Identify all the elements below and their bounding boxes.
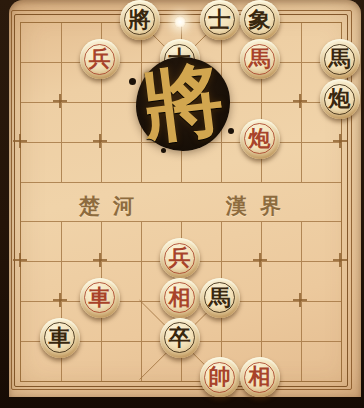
xiangqi-board[interactable]: 楚河 漢界 將士象士兵馬馬炮炮兵車相馬車卒帥相 將 [9, 0, 361, 397]
piece-black-士[interactable]: 士 [200, 0, 240, 40]
board-cell[interactable] [301, 301, 341, 341]
river-label-right: 漢界 [226, 192, 294, 220]
piece-glyph: 炮 [249, 127, 271, 149]
piece-black-馬[interactable]: 馬 [320, 39, 360, 79]
board-cell[interactable] [301, 182, 341, 222]
piece-red-相[interactable]: 相 [160, 278, 200, 318]
piece-red-相[interactable]: 相 [240, 357, 280, 397]
river-label-left: 楚河 [79, 192, 147, 220]
board-cell[interactable] [21, 102, 61, 142]
piece-glyph: 卒 [169, 326, 191, 348]
board-cell[interactable] [61, 221, 101, 261]
piece-glyph: 馬 [249, 47, 271, 69]
board-cell[interactable] [61, 142, 101, 182]
ink-splash [161, 148, 166, 153]
board-cell[interactable] [21, 261, 61, 301]
piece-black-卒[interactable]: 卒 [160, 318, 200, 358]
piece-red-兵[interactable]: 兵 [160, 238, 200, 278]
piece-red-帥[interactable]: 帥 [200, 357, 240, 397]
piece-glyph: 象 [249, 8, 271, 30]
piece-glyph: 炮 [329, 87, 351, 109]
piece-glyph: 相 [249, 365, 271, 387]
piece-black-將[interactable]: 將 [120, 0, 160, 40]
piece-glyph: 帥 [209, 365, 231, 387]
board-cell[interactable] [21, 142, 61, 182]
board-cell[interactable] [101, 341, 141, 381]
ink-splash [228, 128, 234, 134]
piece-glyph: 馬 [209, 286, 231, 308]
board-cell[interactable] [301, 341, 341, 381]
board-cell[interactable] [221, 221, 261, 261]
board-cell[interactable] [101, 142, 141, 182]
board-cell[interactable] [21, 221, 61, 261]
piece-glyph: 車 [49, 326, 71, 348]
piece-glyph: 馬 [329, 47, 351, 69]
board-cell[interactable] [301, 261, 341, 301]
piece-red-車[interactable]: 車 [80, 278, 120, 318]
piece-black-象[interactable]: 象 [240, 0, 280, 40]
piece-glyph: 兵 [169, 246, 191, 268]
check-watermark: 將 [136, 57, 230, 151]
last-move-dot [174, 16, 186, 28]
piece-red-炮[interactable]: 炮 [240, 119, 280, 159]
piece-red-馬[interactable]: 馬 [240, 39, 280, 79]
piece-glyph: 相 [169, 286, 191, 308]
ink-splash [129, 78, 136, 85]
board-cell[interactable] [181, 182, 221, 222]
board-cell[interactable] [21, 62, 61, 102]
piece-red-兵[interactable]: 兵 [80, 39, 120, 79]
board-cell[interactable] [21, 23, 61, 63]
board-cell[interactable] [61, 102, 101, 142]
board-cell[interactable] [101, 221, 141, 261]
board-cell[interactable] [21, 182, 61, 222]
board-cell[interactable] [101, 102, 141, 142]
check-watermark-glyph: 將 [137, 46, 230, 163]
piece-glyph: 兵 [89, 47, 111, 69]
board-cell[interactable] [301, 142, 341, 182]
piece-glyph: 車 [89, 286, 111, 308]
board-cell[interactable] [301, 221, 341, 261]
piece-glyph: 士 [209, 8, 231, 30]
piece-black-馬[interactable]: 馬 [200, 278, 240, 318]
board-cell[interactable] [261, 301, 301, 341]
piece-black-車[interactable]: 車 [40, 318, 80, 358]
piece-black-炮[interactable]: 炮 [320, 79, 360, 119]
piece-glyph: 將 [129, 8, 151, 30]
board-cell[interactable] [261, 261, 301, 301]
board-cell[interactable] [261, 221, 301, 261]
